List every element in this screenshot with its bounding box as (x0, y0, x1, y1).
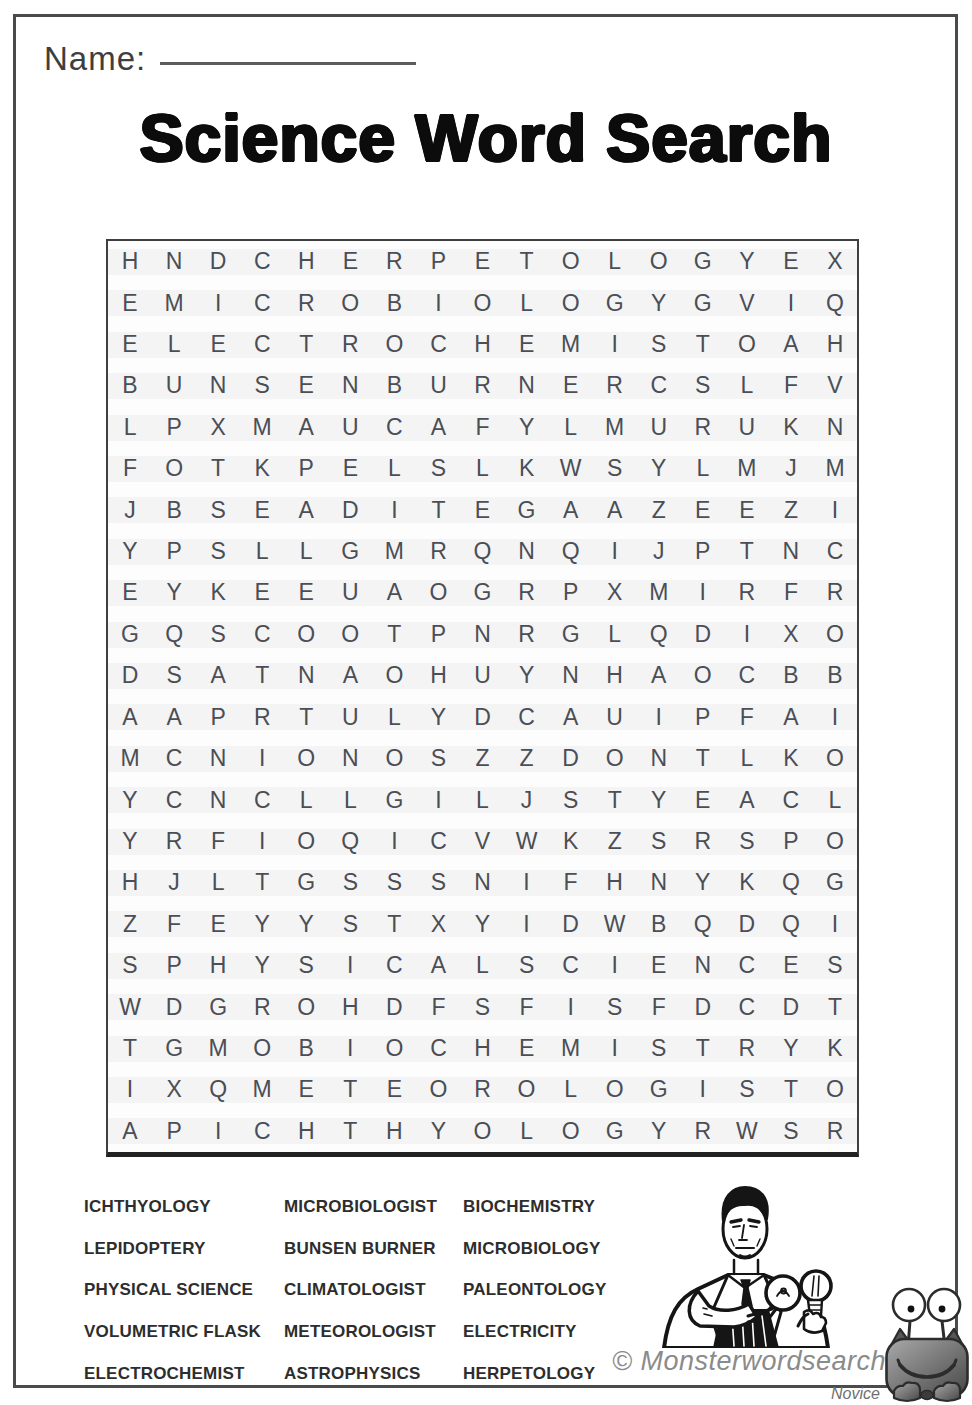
grid-cell-r11c7[interactable]: O (372, 655, 416, 696)
grid-cell-r15c12[interactable]: Z (593, 821, 637, 862)
grid-cell-r2c13[interactable]: Y (637, 282, 681, 323)
grid-cell-r11c2[interactable]: S (152, 655, 196, 696)
grid-cell-r10c9[interactable]: N (460, 614, 504, 655)
grid-cell-r7c17[interactable]: I (813, 489, 857, 530)
grid-cell-r10c16[interactable]: X (769, 614, 813, 655)
grid-cell-r21c7[interactable]: E (372, 1069, 416, 1110)
grid-cell-r19c7[interactable]: D (372, 986, 416, 1027)
grid-cell-r1c13[interactable]: O (637, 241, 681, 282)
grid-cell-r17c7[interactable]: T (372, 904, 416, 945)
grid-cell-r2c7[interactable]: B (372, 282, 416, 323)
grid-cell-r15c14[interactable]: R (681, 821, 725, 862)
grid-cell-r9c5[interactable]: E (284, 572, 328, 613)
grid-cell-r7c15[interactable]: E (725, 489, 769, 530)
grid-cell-r8c3[interactable]: S (196, 531, 240, 572)
grid-cell-r10c10[interactable]: R (505, 614, 549, 655)
grid-cell-r1c12[interactable]: L (593, 241, 637, 282)
grid-cell-r2c15[interactable]: V (725, 282, 769, 323)
grid-cell-r3c14[interactable]: T (681, 324, 725, 365)
grid-cell-r8c2[interactable]: P (152, 531, 196, 572)
grid-cell-r3c2[interactable]: L (152, 324, 196, 365)
grid-cell-r9c6[interactable]: U (328, 572, 372, 613)
grid-cell-r22c1[interactable]: A (108, 1111, 152, 1152)
grid-cell-r9c15[interactable]: R (725, 572, 769, 613)
grid-cell-r11c10[interactable]: Y (505, 655, 549, 696)
grid-cell-r17c9[interactable]: Y (460, 904, 504, 945)
grid-cell-r11c4[interactable]: T (240, 655, 284, 696)
grid-cell-r6c11[interactable]: W (549, 448, 593, 489)
grid-cell-r3c17[interactable]: H (813, 324, 857, 365)
grid-cell-r2c12[interactable]: G (593, 282, 637, 323)
grid-cell-r18c8[interactable]: A (416, 945, 460, 986)
grid-cell-r1c5[interactable]: H (284, 241, 328, 282)
grid-cell-r4c1[interactable]: B (108, 365, 152, 406)
grid-cell-r20c6[interactable]: I (328, 1028, 372, 1069)
grid-cell-r16c7[interactable]: S (372, 862, 416, 903)
grid-cell-r1c9[interactable]: E (460, 241, 504, 282)
grid-cell-r14c9[interactable]: L (460, 779, 504, 820)
grid-cell-r14c3[interactable]: N (196, 779, 240, 820)
grid-cell-r6c4[interactable]: K (240, 448, 284, 489)
grid-cell-r12c7[interactable]: L (372, 697, 416, 738)
grid-cell-r3c4[interactable]: C (240, 324, 284, 365)
grid-cell-r7c12[interactable]: A (593, 489, 637, 530)
grid-cell-r9c1[interactable]: E (108, 572, 152, 613)
grid-cell-r16c3[interactable]: L (196, 862, 240, 903)
grid-cell-r5c14[interactable]: R (681, 407, 725, 448)
grid-cell-r19c8[interactable]: F (416, 986, 460, 1027)
grid-cell-r7c7[interactable]: I (372, 489, 416, 530)
grid-cell-r9c11[interactable]: P (549, 572, 593, 613)
grid-cell-r3c12[interactable]: I (593, 324, 637, 365)
grid-cell-r9c7[interactable]: A (372, 572, 416, 613)
grid-cell-r18c1[interactable]: S (108, 945, 152, 986)
grid-cell-r8c16[interactable]: N (769, 531, 813, 572)
grid-cell-r20c12[interactable]: I (593, 1028, 637, 1069)
grid-cell-r18c5[interactable]: S (284, 945, 328, 986)
grid-cell-r15c16[interactable]: P (769, 821, 813, 862)
grid-cell-r11c16[interactable]: B (769, 655, 813, 696)
grid-cell-r6c1[interactable]: F (108, 448, 152, 489)
grid-cell-r4c5[interactable]: E (284, 365, 328, 406)
grid-cell-r2c16[interactable]: I (769, 282, 813, 323)
grid-cell-r1c1[interactable]: H (108, 241, 152, 282)
grid-cell-r11c14[interactable]: O (681, 655, 725, 696)
grid-cell-r12c12[interactable]: U (593, 697, 637, 738)
grid-cell-r14c4[interactable]: C (240, 779, 284, 820)
grid-cell-r15c3[interactable]: F (196, 821, 240, 862)
grid-cell-r20c5[interactable]: B (284, 1028, 328, 1069)
grid-cell-r21c13[interactable]: G (637, 1069, 681, 1110)
grid-cell-r9c4[interactable]: E (240, 572, 284, 613)
grid-cell-r11c9[interactable]: U (460, 655, 504, 696)
grid-cell-r5c4[interactable]: M (240, 407, 284, 448)
grid-cell-r3c6[interactable]: R (328, 324, 372, 365)
grid-cell-r11c5[interactable]: N (284, 655, 328, 696)
grid-cell-r22c8[interactable]: Y (416, 1111, 460, 1152)
grid-cell-r18c15[interactable]: C (725, 945, 769, 986)
grid-cell-r18c14[interactable]: N (681, 945, 725, 986)
grid-cell-r19c16[interactable]: D (769, 986, 813, 1027)
grid-cell-r6c9[interactable]: L (460, 448, 504, 489)
grid-cell-r3c8[interactable]: C (416, 324, 460, 365)
grid-cell-r19c4[interactable]: R (240, 986, 284, 1027)
grid-cell-r15c17[interactable]: O (813, 821, 857, 862)
grid-cell-r20c11[interactable]: M (549, 1028, 593, 1069)
grid-cell-r22c12[interactable]: G (593, 1111, 637, 1152)
grid-cell-r8c15[interactable]: T (725, 531, 769, 572)
grid-cell-r7c5[interactable]: A (284, 489, 328, 530)
grid-cell-r3c15[interactable]: O (725, 324, 769, 365)
grid-cell-r10c4[interactable]: C (240, 614, 284, 655)
grid-cell-r2c11[interactable]: O (549, 282, 593, 323)
grid-cell-r21c14[interactable]: I (681, 1069, 725, 1110)
grid-cell-r4c2[interactable]: U (152, 365, 196, 406)
grid-cell-r6c6[interactable]: E (328, 448, 372, 489)
grid-cell-r6c17[interactable]: M (813, 448, 857, 489)
grid-cell-r7c4[interactable]: E (240, 489, 284, 530)
grid-cell-r4c6[interactable]: N (328, 365, 372, 406)
grid-cell-r10c15[interactable]: I (725, 614, 769, 655)
grid-cell-r6c2[interactable]: O (152, 448, 196, 489)
grid-cell-r5c3[interactable]: X (196, 407, 240, 448)
grid-cell-r22c11[interactable]: O (549, 1111, 593, 1152)
grid-cell-r14c16[interactable]: C (769, 779, 813, 820)
grid-cell-r15c13[interactable]: S (637, 821, 681, 862)
grid-cell-r10c17[interactable]: O (813, 614, 857, 655)
grid-cell-r9c16[interactable]: F (769, 572, 813, 613)
grid-cell-r6c3[interactable]: T (196, 448, 240, 489)
grid-cell-r20c14[interactable]: T (681, 1028, 725, 1069)
grid-cell-r4c14[interactable]: S (681, 365, 725, 406)
grid-cell-r21c11[interactable]: L (549, 1069, 593, 1110)
grid-cell-r13c15[interactable]: L (725, 738, 769, 779)
grid-cell-r11c3[interactable]: A (196, 655, 240, 696)
grid-cell-r14c2[interactable]: C (152, 779, 196, 820)
grid-cell-r5c12[interactable]: M (593, 407, 637, 448)
grid-cell-r2c14[interactable]: G (681, 282, 725, 323)
grid-cell-r3c9[interactable]: H (460, 324, 504, 365)
grid-cell-r17c2[interactable]: F (152, 904, 196, 945)
grid-cell-r11c15[interactable]: C (725, 655, 769, 696)
grid-cell-r20c17[interactable]: K (813, 1028, 857, 1069)
grid-cell-r17c11[interactable]: D (549, 904, 593, 945)
grid-cell-r12c1[interactable]: A (108, 697, 152, 738)
grid-cell-r12c6[interactable]: U (328, 697, 372, 738)
grid-cell-r4c15[interactable]: L (725, 365, 769, 406)
grid-cell-r20c3[interactable]: M (196, 1028, 240, 1069)
grid-cell-r19c11[interactable]: I (549, 986, 593, 1027)
grid-cell-r13c16[interactable]: K (769, 738, 813, 779)
grid-cell-r9c10[interactable]: R (505, 572, 549, 613)
grid-cell-r2c4[interactable]: C (240, 282, 284, 323)
grid-cell-r1c10[interactable]: T (505, 241, 549, 282)
grid-cell-r14c10[interactable]: J (505, 779, 549, 820)
grid-cell-r4c12[interactable]: R (593, 365, 637, 406)
grid-cell-r16c8[interactable]: S (416, 862, 460, 903)
grid-cell-r18c16[interactable]: E (769, 945, 813, 986)
grid-cell-r20c13[interactable]: S (637, 1028, 681, 1069)
grid-cell-r12c5[interactable]: T (284, 697, 328, 738)
grid-cell-r16c15[interactable]: K (725, 862, 769, 903)
grid-cell-r19c9[interactable]: S (460, 986, 504, 1027)
grid-cell-r13c17[interactable]: O (813, 738, 857, 779)
grid-cell-r10c11[interactable]: G (549, 614, 593, 655)
grid-cell-r22c9[interactable]: O (460, 1111, 504, 1152)
grid-cell-r19c5[interactable]: O (284, 986, 328, 1027)
grid-cell-r20c4[interactable]: O (240, 1028, 284, 1069)
grid-cell-r4c9[interactable]: R (460, 365, 504, 406)
grid-cell-r6c15[interactable]: M (725, 448, 769, 489)
grid-cell-r12c9[interactable]: D (460, 697, 504, 738)
grid-cell-r16c2[interactable]: J (152, 862, 196, 903)
grid-cell-r1c4[interactable]: C (240, 241, 284, 282)
grid-cell-r6c12[interactable]: S (593, 448, 637, 489)
grid-cell-r13c4[interactable]: I (240, 738, 284, 779)
grid-cell-r14c11[interactable]: S (549, 779, 593, 820)
grid-cell-r6c16[interactable]: J (769, 448, 813, 489)
grid-cell-r7c10[interactable]: G (505, 489, 549, 530)
grid-cell-r21c16[interactable]: T (769, 1069, 813, 1110)
grid-cell-r13c13[interactable]: N (637, 738, 681, 779)
grid-cell-r15c5[interactable]: O (284, 821, 328, 862)
grid-cell-r19c6[interactable]: H (328, 986, 372, 1027)
grid-cell-r6c13[interactable]: Y (637, 448, 681, 489)
grid-cell-r3c10[interactable]: E (505, 324, 549, 365)
grid-cell-r7c3[interactable]: S (196, 489, 240, 530)
grid-cell-r16c9[interactable]: N (460, 862, 504, 903)
grid-cell-r7c14[interactable]: E (681, 489, 725, 530)
grid-cell-r13c12[interactable]: O (593, 738, 637, 779)
grid-cell-r12c4[interactable]: R (240, 697, 284, 738)
grid-cell-r17c15[interactable]: D (725, 904, 769, 945)
grid-cell-r18c11[interactable]: C (549, 945, 593, 986)
grid-cell-r14c8[interactable]: I (416, 779, 460, 820)
grid-cell-r13c8[interactable]: S (416, 738, 460, 779)
name-input-line[interactable] (160, 60, 416, 65)
grid-cell-r18c9[interactable]: L (460, 945, 504, 986)
grid-cell-r14c13[interactable]: Y (637, 779, 681, 820)
grid-cell-r9c17[interactable]: R (813, 572, 857, 613)
grid-cell-r13c1[interactable]: M (108, 738, 152, 779)
grid-cell-r4c11[interactable]: E (549, 365, 593, 406)
grid-cell-r10c5[interactable]: O (284, 614, 328, 655)
grid-cell-r22c17[interactable]: R (813, 1111, 857, 1152)
grid-cell-r21c9[interactable]: R (460, 1069, 504, 1110)
grid-cell-r10c13[interactable]: Q (637, 614, 681, 655)
grid-cell-r19c1[interactable]: W (108, 986, 152, 1027)
grid-cell-r8c8[interactable]: R (416, 531, 460, 572)
grid-cell-r9c13[interactable]: M (637, 572, 681, 613)
grid-cell-r3c16[interactable]: A (769, 324, 813, 365)
grid-cell-r8c14[interactable]: P (681, 531, 725, 572)
grid-cell-r1c6[interactable]: E (328, 241, 372, 282)
grid-cell-r4c10[interactable]: N (505, 365, 549, 406)
grid-cell-r18c6[interactable]: I (328, 945, 372, 986)
grid-cell-r19c17[interactable]: T (813, 986, 857, 1027)
grid-cell-r3c1[interactable]: E (108, 324, 152, 365)
grid-cell-r18c4[interactable]: Y (240, 945, 284, 986)
grid-cell-r18c3[interactable]: H (196, 945, 240, 986)
grid-cell-r5c9[interactable]: F (460, 407, 504, 448)
grid-cell-r14c5[interactable]: L (284, 779, 328, 820)
grid-cell-r21c1[interactable]: I (108, 1069, 152, 1110)
grid-cell-r6c8[interactable]: S (416, 448, 460, 489)
grid-cell-r16c13[interactable]: N (637, 862, 681, 903)
grid-cell-r2c3[interactable]: I (196, 282, 240, 323)
grid-cell-r7c16[interactable]: Z (769, 489, 813, 530)
grid-cell-r8c7[interactable]: M (372, 531, 416, 572)
grid-cell-r16c14[interactable]: Y (681, 862, 725, 903)
grid-cell-r12c8[interactable]: Y (416, 697, 460, 738)
grid-cell-r13c6[interactable]: N (328, 738, 372, 779)
grid-cell-r17c14[interactable]: Q (681, 904, 725, 945)
grid-cell-r20c10[interactable]: E (505, 1028, 549, 1069)
grid-cell-r7c1[interactable]: J (108, 489, 152, 530)
grid-cell-r17c6[interactable]: S (328, 904, 372, 945)
grid-cell-r22c4[interactable]: C (240, 1111, 284, 1152)
grid-cell-r5c17[interactable]: N (813, 407, 857, 448)
grid-cell-r5c1[interactable]: L (108, 407, 152, 448)
grid-cell-r13c11[interactable]: D (549, 738, 593, 779)
grid-cell-r2c5[interactable]: R (284, 282, 328, 323)
grid-cell-r11c1[interactable]: D (108, 655, 152, 696)
grid-cell-r14c14[interactable]: E (681, 779, 725, 820)
grid-cell-r12c16[interactable]: A (769, 697, 813, 738)
grid-cell-r12c3[interactable]: P (196, 697, 240, 738)
grid-cell-r16c4[interactable]: T (240, 862, 284, 903)
grid-cell-r10c8[interactable]: P (416, 614, 460, 655)
grid-cell-r16c16[interactable]: Q (769, 862, 813, 903)
grid-cell-r7c11[interactable]: A (549, 489, 593, 530)
grid-cell-r18c10[interactable]: S (505, 945, 549, 986)
grid-cell-r20c2[interactable]: G (152, 1028, 196, 1069)
grid-cell-r12c15[interactable]: F (725, 697, 769, 738)
grid-cell-r8c11[interactable]: Q (549, 531, 593, 572)
grid-cell-r20c8[interactable]: C (416, 1028, 460, 1069)
grid-cell-r18c17[interactable]: S (813, 945, 857, 986)
grid-cell-r11c17[interactable]: B (813, 655, 857, 696)
grid-cell-r22c7[interactable]: H (372, 1111, 416, 1152)
grid-cell-r7c13[interactable]: Z (637, 489, 681, 530)
grid-cell-r9c12[interactable]: X (593, 572, 637, 613)
grid-cell-r3c5[interactable]: T (284, 324, 328, 365)
grid-cell-r7c6[interactable]: D (328, 489, 372, 530)
grid-cell-r15c10[interactable]: W (505, 821, 549, 862)
grid-cell-r21c6[interactable]: T (328, 1069, 372, 1110)
grid-cell-r14c7[interactable]: G (372, 779, 416, 820)
grid-cell-r1c11[interactable]: O (549, 241, 593, 282)
grid-cell-r4c3[interactable]: N (196, 365, 240, 406)
grid-cell-r9c2[interactable]: Y (152, 572, 196, 613)
grid-cell-r20c15[interactable]: R (725, 1028, 769, 1069)
grid-cell-r22c16[interactable]: S (769, 1111, 813, 1152)
grid-cell-r4c8[interactable]: U (416, 365, 460, 406)
grid-cell-r8c13[interactable]: J (637, 531, 681, 572)
grid-cell-r5c15[interactable]: U (725, 407, 769, 448)
grid-cell-r8c17[interactable]: C (813, 531, 857, 572)
grid-cell-r19c13[interactable]: F (637, 986, 681, 1027)
grid-cell-r19c15[interactable]: C (725, 986, 769, 1027)
grid-cell-r21c4[interactable]: M (240, 1069, 284, 1110)
grid-cell-r4c13[interactable]: C (637, 365, 681, 406)
grid-cell-r2c8[interactable]: I (416, 282, 460, 323)
grid-cell-r7c8[interactable]: T (416, 489, 460, 530)
grid-cell-r5c16[interactable]: K (769, 407, 813, 448)
grid-cell-r14c12[interactable]: T (593, 779, 637, 820)
grid-cell-r1c8[interactable]: P (416, 241, 460, 282)
grid-cell-r22c2[interactable]: P (152, 1111, 196, 1152)
grid-cell-r2c1[interactable]: E (108, 282, 152, 323)
grid-cell-r13c5[interactable]: O (284, 738, 328, 779)
grid-cell-r11c8[interactable]: H (416, 655, 460, 696)
grid-cell-r16c11[interactable]: F (549, 862, 593, 903)
grid-cell-r3c3[interactable]: E (196, 324, 240, 365)
grid-cell-r14c17[interactable]: L (813, 779, 857, 820)
grid-cell-r8c6[interactable]: G (328, 531, 372, 572)
grid-cell-r22c13[interactable]: Y (637, 1111, 681, 1152)
grid-cell-r17c16[interactable]: Q (769, 904, 813, 945)
grid-cell-r21c17[interactable]: O (813, 1069, 857, 1110)
grid-cell-r16c12[interactable]: H (593, 862, 637, 903)
grid-cell-r9c3[interactable]: K (196, 572, 240, 613)
grid-cell-r1c16[interactable]: E (769, 241, 813, 282)
grid-cell-r21c15[interactable]: S (725, 1069, 769, 1110)
grid-cell-r15c4[interactable]: I (240, 821, 284, 862)
grid-cell-r10c2[interactable]: Q (152, 614, 196, 655)
grid-cell-r20c7[interactable]: O (372, 1028, 416, 1069)
grid-cell-r17c17[interactable]: I (813, 904, 857, 945)
grid-cell-r12c13[interactable]: I (637, 697, 681, 738)
grid-cell-r10c3[interactable]: S (196, 614, 240, 655)
grid-cell-r13c7[interactable]: O (372, 738, 416, 779)
grid-cell-r17c5[interactable]: Y (284, 904, 328, 945)
grid-cell-r13c14[interactable]: T (681, 738, 725, 779)
grid-cell-r13c2[interactable]: C (152, 738, 196, 779)
grid-cell-r12c2[interactable]: A (152, 697, 196, 738)
grid-cell-r19c10[interactable]: F (505, 986, 549, 1027)
grid-cell-r15c8[interactable]: C (416, 821, 460, 862)
grid-cell-r2c2[interactable]: M (152, 282, 196, 323)
grid-cell-r4c7[interactable]: B (372, 365, 416, 406)
grid-cell-r5c8[interactable]: A (416, 407, 460, 448)
grid-cell-r2c9[interactable]: O (460, 282, 504, 323)
grid-cell-r19c12[interactable]: S (593, 986, 637, 1027)
grid-cell-r1c17[interactable]: X (813, 241, 857, 282)
grid-cell-r10c7[interactable]: T (372, 614, 416, 655)
grid-cell-r15c1[interactable]: Y (108, 821, 152, 862)
grid-cell-r22c15[interactable]: W (725, 1111, 769, 1152)
grid-cell-r4c17[interactable]: V (813, 365, 857, 406)
grid-cell-r17c13[interactable]: B (637, 904, 681, 945)
grid-cell-r12c10[interactable]: C (505, 697, 549, 738)
grid-cell-r16c5[interactable]: G (284, 862, 328, 903)
grid-cell-r5c10[interactable]: Y (505, 407, 549, 448)
grid-cell-r17c1[interactable]: Z (108, 904, 152, 945)
grid-cell-r13c9[interactable]: Z (460, 738, 504, 779)
grid-cell-r10c1[interactable]: G (108, 614, 152, 655)
grid-cell-r21c5[interactable]: E (284, 1069, 328, 1110)
grid-cell-r15c6[interactable]: Q (328, 821, 372, 862)
grid-cell-r17c12[interactable]: W (593, 904, 637, 945)
grid-cell-r11c6[interactable]: A (328, 655, 372, 696)
grid-cell-r15c15[interactable]: S (725, 821, 769, 862)
grid-cell-r21c3[interactable]: Q (196, 1069, 240, 1110)
grid-cell-r14c6[interactable]: L (328, 779, 372, 820)
grid-cell-r22c3[interactable]: I (196, 1111, 240, 1152)
grid-cell-r5c5[interactable]: A (284, 407, 328, 448)
grid-cell-r12c17[interactable]: I (813, 697, 857, 738)
